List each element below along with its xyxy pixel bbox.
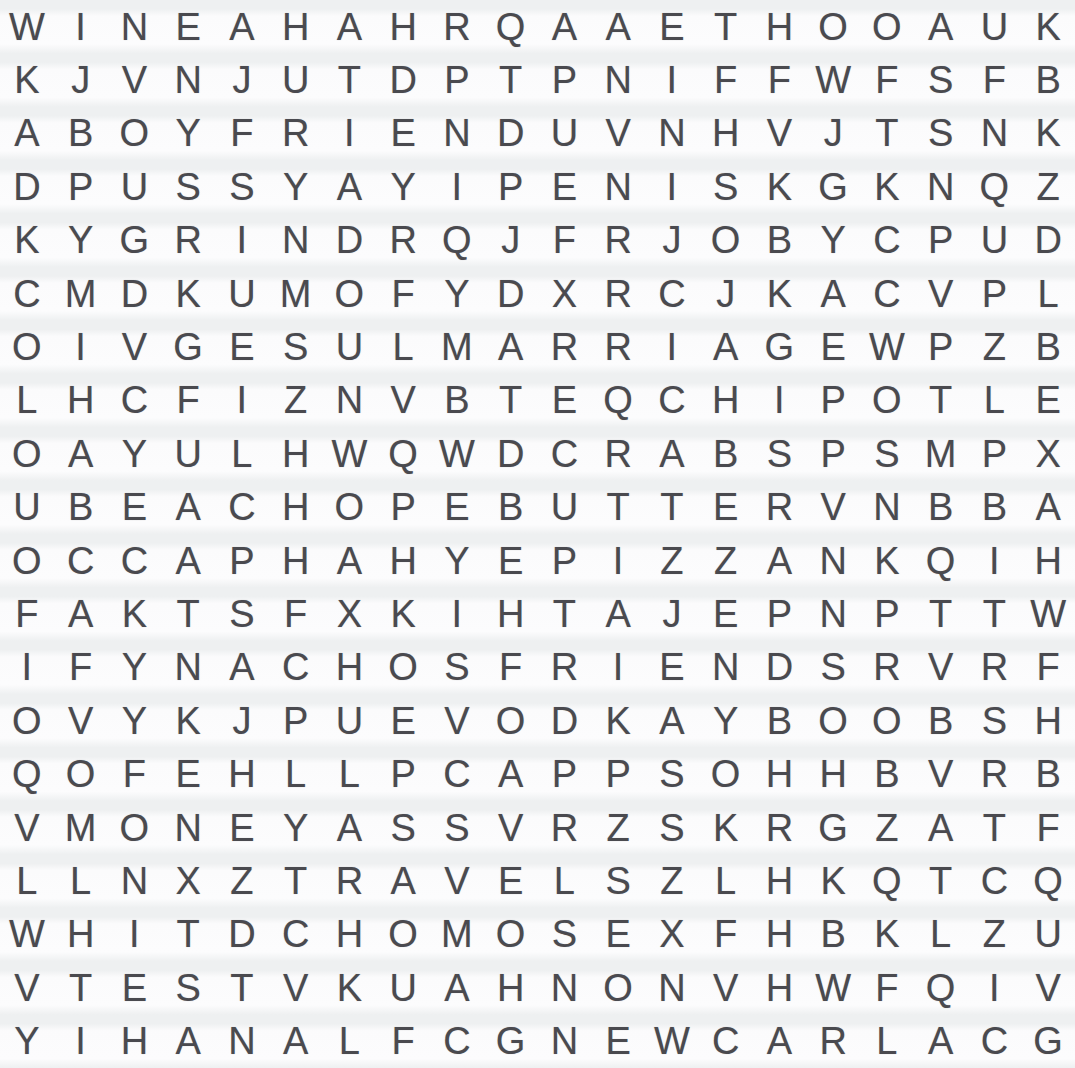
grid-cell[interactable]: A — [161, 534, 215, 587]
grid-cell[interactable]: H — [753, 854, 807, 907]
grid-cell[interactable]: S — [161, 961, 215, 1014]
grid-cell[interactable]: A — [54, 587, 108, 640]
grid-cell[interactable]: T — [161, 587, 215, 640]
grid-cell[interactable]: R — [538, 801, 592, 854]
grid-cell[interactable]: K — [1021, 0, 1075, 53]
grid-cell[interactable]: F — [0, 587, 54, 640]
grid-cell[interactable]: O — [591, 961, 645, 1014]
grid-cell[interactable]: E — [215, 320, 269, 373]
grid-cell[interactable]: U — [108, 160, 162, 213]
grid-cell[interactable]: Z — [645, 854, 699, 907]
grid-cell[interactable]: F — [860, 53, 914, 106]
grid-cell[interactable]: W — [860, 320, 914, 373]
grid-cell[interactable]: U — [0, 481, 54, 534]
grid-cell[interactable]: H — [269, 534, 323, 587]
grid-cell[interactable]: H — [753, 748, 807, 801]
grid-cell[interactable]: O — [806, 694, 860, 747]
grid-cell[interactable]: E — [108, 961, 162, 1014]
grid-cell[interactable]: T — [914, 854, 968, 907]
grid-cell[interactable]: R — [161, 214, 215, 267]
grid-cell[interactable]: U — [1021, 908, 1075, 961]
grid-cell[interactable]: S — [430, 801, 484, 854]
grid-cell[interactable]: N — [108, 854, 162, 907]
grid-cell[interactable]: P — [484, 160, 538, 213]
grid-cell[interactable]: Y — [54, 214, 108, 267]
grid-cell[interactable]: M — [54, 801, 108, 854]
grid-cell[interactable]: H — [753, 908, 807, 961]
grid-cell[interactable]: X — [161, 854, 215, 907]
grid-cell[interactable]: P — [753, 587, 807, 640]
grid-cell[interactable]: L — [968, 374, 1022, 427]
grid-cell[interactable]: S — [430, 641, 484, 694]
grid-cell[interactable]: N — [161, 641, 215, 694]
grid-cell[interactable]: I — [968, 534, 1022, 587]
grid-cell[interactable]: H — [215, 748, 269, 801]
grid-cell[interactable]: N — [108, 0, 162, 53]
grid-cell[interactable]: J — [215, 694, 269, 747]
grid-cell[interactable]: U — [538, 481, 592, 534]
grid-cell[interactable]: U — [968, 214, 1022, 267]
grid-cell[interactable]: T — [484, 53, 538, 106]
grid-cell[interactable]: L — [323, 1015, 377, 1068]
grid-cell[interactable]: K — [1021, 107, 1075, 160]
grid-cell[interactable]: K — [161, 694, 215, 747]
grid-cell[interactable]: G — [108, 214, 162, 267]
grid-cell[interactable]: Y — [108, 694, 162, 747]
grid-cell[interactable]: V — [591, 107, 645, 160]
grid-cell[interactable]: H — [484, 587, 538, 640]
grid-cell[interactable]: E — [484, 534, 538, 587]
grid-cell[interactable]: Y — [0, 1015, 54, 1068]
grid-cell[interactable]: B — [968, 481, 1022, 534]
grid-cell[interactable]: K — [323, 961, 377, 1014]
grid-cell[interactable]: K — [753, 267, 807, 320]
grid-cell[interactable]: Z — [1021, 160, 1075, 213]
grid-cell[interactable]: F — [376, 1015, 430, 1068]
grid-cell[interactable]: E — [538, 160, 592, 213]
grid-cell[interactable]: H — [269, 0, 323, 53]
grid-cell[interactable]: J — [699, 267, 753, 320]
grid-cell[interactable]: I — [753, 374, 807, 427]
grid-cell[interactable]: V — [430, 854, 484, 907]
grid-cell[interactable]: A — [161, 1015, 215, 1068]
grid-cell[interactable]: X — [323, 587, 377, 640]
grid-cell[interactable]: F — [161, 374, 215, 427]
grid-cell[interactable]: V — [54, 694, 108, 747]
grid-cell[interactable]: Z — [591, 801, 645, 854]
grid-cell[interactable]: A — [914, 0, 968, 53]
grid-cell[interactable]: H — [323, 908, 377, 961]
grid-cell[interactable]: F — [699, 908, 753, 961]
grid-cell[interactable]: Q — [430, 214, 484, 267]
grid-cell[interactable]: K — [591, 694, 645, 747]
grid-cell[interactable]: Y — [376, 160, 430, 213]
grid-cell[interactable]: O — [0, 320, 54, 373]
grid-cell[interactable]: V — [108, 53, 162, 106]
grid-cell[interactable]: O — [108, 107, 162, 160]
grid-cell[interactable]: A — [753, 1015, 807, 1068]
grid-cell[interactable]: F — [753, 53, 807, 106]
grid-cell[interactable]: U — [323, 320, 377, 373]
grid-cell[interactable]: V — [269, 961, 323, 1014]
grid-cell[interactable]: A — [645, 427, 699, 480]
grid-cell[interactable]: T — [968, 801, 1022, 854]
grid-cell[interactable]: K — [860, 160, 914, 213]
grid-cell[interactable]: T — [914, 374, 968, 427]
grid-cell[interactable]: V — [0, 801, 54, 854]
grid-cell[interactable]: H — [54, 908, 108, 961]
grid-cell[interactable]: B — [430, 374, 484, 427]
grid-cell[interactable]: Z — [968, 908, 1022, 961]
grid-cell[interactable]: A — [484, 748, 538, 801]
grid-cell[interactable]: V — [376, 374, 430, 427]
grid-cell[interactable]: B — [54, 481, 108, 534]
grid-cell[interactable]: E — [1021, 374, 1075, 427]
grid-cell[interactable]: C — [860, 214, 914, 267]
grid-cell[interactable]: Y — [161, 107, 215, 160]
grid-cell[interactable]: C — [269, 908, 323, 961]
grid-cell[interactable]: Y — [269, 160, 323, 213]
grid-cell[interactable]: T — [215, 961, 269, 1014]
grid-cell[interactable]: O — [484, 694, 538, 747]
grid-cell[interactable]: R — [591, 320, 645, 373]
grid-cell[interactable]: F — [1021, 801, 1075, 854]
grid-cell[interactable]: L — [1021, 267, 1075, 320]
grid-cell[interactable]: W — [430, 427, 484, 480]
grid-cell[interactable]: Q — [860, 854, 914, 907]
grid-cell[interactable]: F — [484, 641, 538, 694]
grid-cell[interactable]: A — [0, 107, 54, 160]
grid-cell[interactable]: D — [323, 214, 377, 267]
grid-cell[interactable]: O — [376, 908, 430, 961]
grid-cell[interactable]: P — [914, 320, 968, 373]
grid-cell[interactable]: J — [645, 214, 699, 267]
grid-cell[interactable]: K — [0, 53, 54, 106]
grid-cell[interactable]: V — [806, 481, 860, 534]
grid-cell[interactable]: L — [376, 320, 430, 373]
grid-cell[interactable]: G — [806, 160, 860, 213]
grid-cell[interactable]: N — [806, 534, 860, 587]
grid-cell[interactable]: S — [161, 160, 215, 213]
grid-cell[interactable]: C — [645, 374, 699, 427]
grid-cell[interactable]: R — [538, 320, 592, 373]
grid-cell[interactable]: P — [968, 427, 1022, 480]
grid-cell[interactable]: I — [645, 160, 699, 213]
grid-cell[interactable]: Y — [430, 534, 484, 587]
grid-cell[interactable]: W — [645, 1015, 699, 1068]
grid-cell[interactable]: Y — [699, 694, 753, 747]
grid-cell[interactable]: N — [591, 53, 645, 106]
grid-cell[interactable]: W — [0, 908, 54, 961]
grid-cell[interactable]: N — [699, 641, 753, 694]
grid-cell[interactable]: M — [54, 267, 108, 320]
grid-cell[interactable]: F — [269, 587, 323, 640]
grid-cell[interactable]: L — [0, 854, 54, 907]
grid-cell[interactable]: Z — [968, 320, 1022, 373]
grid-cell[interactable]: I — [591, 534, 645, 587]
grid-cell[interactable]: I — [430, 587, 484, 640]
grid-cell[interactable]: A — [215, 641, 269, 694]
grid-cell[interactable]: D — [376, 53, 430, 106]
grid-cell[interactable]: U — [161, 427, 215, 480]
grid-cell[interactable]: N — [645, 961, 699, 1014]
grid-cell[interactable]: R — [591, 427, 645, 480]
grid-cell[interactable]: P — [430, 53, 484, 106]
grid-cell[interactable]: Y — [806, 214, 860, 267]
grid-cell[interactable]: P — [269, 694, 323, 747]
grid-cell[interactable]: T — [645, 481, 699, 534]
grid-cell[interactable]: J — [645, 587, 699, 640]
grid-cell[interactable]: A — [753, 534, 807, 587]
grid-cell[interactable]: H — [699, 107, 753, 160]
grid-cell[interactable]: V — [753, 107, 807, 160]
grid-cell[interactable]: I — [645, 53, 699, 106]
grid-cell[interactable]: H — [376, 0, 430, 53]
grid-cell[interactable]: N — [269, 214, 323, 267]
grid-cell[interactable]: T — [538, 587, 592, 640]
grid-cell[interactable]: H — [484, 961, 538, 1014]
grid-cell[interactable]: Y — [269, 801, 323, 854]
grid-cell[interactable]: R — [591, 214, 645, 267]
grid-cell[interactable]: L — [323, 748, 377, 801]
grid-cell[interactable]: K — [0, 214, 54, 267]
grid-cell[interactable]: S — [376, 801, 430, 854]
grid-cell[interactable]: O — [860, 0, 914, 53]
grid-cell[interactable]: V — [430, 694, 484, 747]
grid-cell[interactable]: Q — [0, 748, 54, 801]
grid-cell[interactable]: T — [914, 587, 968, 640]
grid-cell[interactable]: C — [860, 267, 914, 320]
grid-cell[interactable]: B — [860, 748, 914, 801]
grid-cell[interactable]: M — [430, 320, 484, 373]
grid-cell[interactable]: I — [215, 214, 269, 267]
grid-cell[interactable]: G — [806, 801, 860, 854]
grid-cell[interactable]: O — [860, 374, 914, 427]
grid-cell[interactable]: C — [215, 481, 269, 534]
grid-cell[interactable]: B — [484, 481, 538, 534]
grid-cell[interactable]: H — [1021, 534, 1075, 587]
grid-cell[interactable]: P — [860, 587, 914, 640]
grid-cell[interactable]: I — [54, 320, 108, 373]
grid-cell[interactable]: C — [699, 1015, 753, 1068]
grid-cell[interactable]: H — [323, 641, 377, 694]
grid-cell[interactable]: F — [699, 53, 753, 106]
grid-cell[interactable]: A — [591, 587, 645, 640]
grid-cell[interactable]: Q — [914, 961, 968, 1014]
grid-cell[interactable]: E — [430, 481, 484, 534]
grid-cell[interactable]: I — [323, 107, 377, 160]
grid-cell[interactable]: T — [968, 587, 1022, 640]
grid-cell[interactable]: I — [0, 641, 54, 694]
grid-cell[interactable]: B — [1021, 320, 1075, 373]
grid-cell[interactable]: D — [108, 267, 162, 320]
grid-cell[interactable]: O — [108, 801, 162, 854]
grid-cell[interactable]: K — [753, 160, 807, 213]
grid-cell[interactable]: E — [591, 908, 645, 961]
grid-cell[interactable]: A — [484, 320, 538, 373]
grid-cell[interactable]: P — [591, 748, 645, 801]
grid-cell[interactable]: D — [538, 694, 592, 747]
grid-cell[interactable]: C — [54, 534, 108, 587]
grid-cell[interactable]: M — [269, 267, 323, 320]
grid-cell[interactable]: T — [323, 53, 377, 106]
grid-cell[interactable]: X — [1021, 427, 1075, 480]
grid-cell[interactable]: E — [376, 694, 430, 747]
grid-cell[interactable]: C — [430, 748, 484, 801]
grid-cell[interactable]: A — [806, 267, 860, 320]
grid-cell[interactable]: R — [806, 1015, 860, 1068]
grid-cell[interactable]: P — [376, 481, 430, 534]
grid-cell[interactable]: E — [806, 320, 860, 373]
grid-cell[interactable]: I — [968, 961, 1022, 1014]
grid-cell[interactable]: A — [323, 801, 377, 854]
grid-cell[interactable]: C — [645, 267, 699, 320]
grid-cell[interactable]: X — [645, 908, 699, 961]
grid-cell[interactable]: X — [538, 267, 592, 320]
grid-cell[interactable]: Z — [215, 854, 269, 907]
grid-cell[interactable]: A — [215, 0, 269, 53]
grid-cell[interactable]: P — [538, 748, 592, 801]
grid-cell[interactable]: N — [538, 1015, 592, 1068]
grid-cell[interactable]: N — [161, 801, 215, 854]
grid-cell[interactable]: R — [860, 641, 914, 694]
grid-cell[interactable]: D — [484, 267, 538, 320]
grid-cell[interactable]: Y — [108, 427, 162, 480]
grid-cell[interactable]: A — [323, 160, 377, 213]
grid-cell[interactable]: H — [376, 534, 430, 587]
grid-cell[interactable]: R — [430, 0, 484, 53]
grid-cell[interactable]: H — [54, 374, 108, 427]
grid-cell[interactable]: H — [269, 427, 323, 480]
grid-cell[interactable]: Z — [269, 374, 323, 427]
grid-cell[interactable]: S — [215, 587, 269, 640]
grid-cell[interactable]: E — [215, 801, 269, 854]
grid-cell[interactable]: O — [323, 267, 377, 320]
grid-cell[interactable]: L — [0, 374, 54, 427]
grid-cell[interactable]: N — [161, 53, 215, 106]
grid-cell[interactable]: G — [161, 320, 215, 373]
grid-cell[interactable]: O — [376, 641, 430, 694]
grid-cell[interactable]: T — [269, 854, 323, 907]
grid-cell[interactable]: A — [645, 694, 699, 747]
grid-cell[interactable]: F — [1021, 641, 1075, 694]
grid-cell[interactable]: R — [376, 214, 430, 267]
grid-cell[interactable]: P — [215, 534, 269, 587]
grid-cell[interactable]: B — [54, 107, 108, 160]
grid-cell[interactable]: S — [860, 427, 914, 480]
grid-cell[interactable]: O — [699, 748, 753, 801]
grid-cell[interactable]: N — [914, 160, 968, 213]
grid-cell[interactable]: C — [108, 534, 162, 587]
grid-cell[interactable]: V — [108, 320, 162, 373]
grid-cell[interactable]: O — [699, 214, 753, 267]
grid-cell[interactable]: I — [54, 0, 108, 53]
grid-cell[interactable]: A — [323, 534, 377, 587]
grid-cell[interactable]: C — [968, 854, 1022, 907]
grid-cell[interactable]: F — [968, 53, 1022, 106]
grid-cell[interactable]: N — [538, 961, 592, 1014]
grid-cell[interactable]: D — [484, 107, 538, 160]
grid-cell[interactable]: Y — [108, 641, 162, 694]
grid-cell[interactable]: M — [430, 908, 484, 961]
grid-cell[interactable]: F — [860, 961, 914, 1014]
grid-cell[interactable]: C — [538, 427, 592, 480]
grid-cell[interactable]: L — [914, 908, 968, 961]
grid-cell[interactable]: S — [215, 160, 269, 213]
grid-cell[interactable]: T — [54, 961, 108, 1014]
grid-cell[interactable]: C — [430, 1015, 484, 1068]
grid-cell[interactable]: J — [215, 53, 269, 106]
grid-cell[interactable]: N — [323, 374, 377, 427]
grid-cell[interactable]: Q — [1021, 854, 1075, 907]
grid-cell[interactable]: N — [591, 160, 645, 213]
grid-cell[interactable]: O — [54, 748, 108, 801]
grid-cell[interactable]: P — [806, 427, 860, 480]
grid-cell[interactable]: F — [215, 107, 269, 160]
grid-cell[interactable]: E — [538, 374, 592, 427]
grid-cell[interactable]: W — [0, 0, 54, 53]
grid-cell[interactable]: V — [484, 801, 538, 854]
grid-cell[interactable]: C — [0, 267, 54, 320]
grid-cell[interactable]: T — [484, 374, 538, 427]
grid-cell[interactable]: S — [645, 801, 699, 854]
grid-cell[interactable]: A — [376, 854, 430, 907]
grid-cell[interactable]: V — [914, 267, 968, 320]
grid-cell[interactable]: Q — [968, 160, 1022, 213]
grid-cell[interactable]: N — [860, 481, 914, 534]
grid-cell[interactable]: O — [323, 481, 377, 534]
grid-cell[interactable]: B — [753, 214, 807, 267]
grid-cell[interactable]: B — [699, 427, 753, 480]
grid-cell[interactable]: A — [914, 1015, 968, 1068]
grid-cell[interactable]: L — [54, 854, 108, 907]
grid-cell[interactable]: S — [753, 427, 807, 480]
grid-cell[interactable]: J — [806, 107, 860, 160]
grid-cell[interactable]: K — [860, 534, 914, 587]
grid-cell[interactable]: R — [269, 107, 323, 160]
grid-cell[interactable]: E — [161, 748, 215, 801]
grid-cell[interactable]: L — [699, 854, 753, 907]
grid-cell[interactable]: N — [215, 1015, 269, 1068]
grid-cell[interactable]: B — [806, 908, 860, 961]
grid-cell[interactable]: Z — [860, 801, 914, 854]
grid-cell[interactable]: A — [1021, 481, 1075, 534]
grid-cell[interactable]: P — [968, 267, 1022, 320]
grid-cell[interactable]: O — [806, 0, 860, 53]
grid-cell[interactable]: T — [591, 481, 645, 534]
grid-cell[interactable]: A — [269, 1015, 323, 1068]
grid-cell[interactable]: G — [1021, 1015, 1075, 1068]
grid-cell[interactable]: A — [538, 0, 592, 53]
grid-cell[interactable]: K — [699, 801, 753, 854]
grid-cell[interactable]: D — [0, 160, 54, 213]
grid-cell[interactable]: D — [484, 427, 538, 480]
grid-cell[interactable]: C — [269, 641, 323, 694]
grid-cell[interactable]: Y — [430, 267, 484, 320]
grid-cell[interactable]: E — [699, 481, 753, 534]
grid-cell[interactable]: U — [215, 267, 269, 320]
grid-cell[interactable]: N — [806, 587, 860, 640]
grid-cell[interactable]: H — [269, 481, 323, 534]
grid-cell[interactable]: B — [914, 694, 968, 747]
grid-cell[interactable]: N — [968, 107, 1022, 160]
grid-cell[interactable]: H — [699, 374, 753, 427]
grid-cell[interactable]: I — [108, 908, 162, 961]
grid-cell[interactable]: E — [484, 854, 538, 907]
grid-cell[interactable]: E — [645, 0, 699, 53]
grid-cell[interactable]: A — [914, 801, 968, 854]
grid-cell[interactable]: L — [269, 748, 323, 801]
